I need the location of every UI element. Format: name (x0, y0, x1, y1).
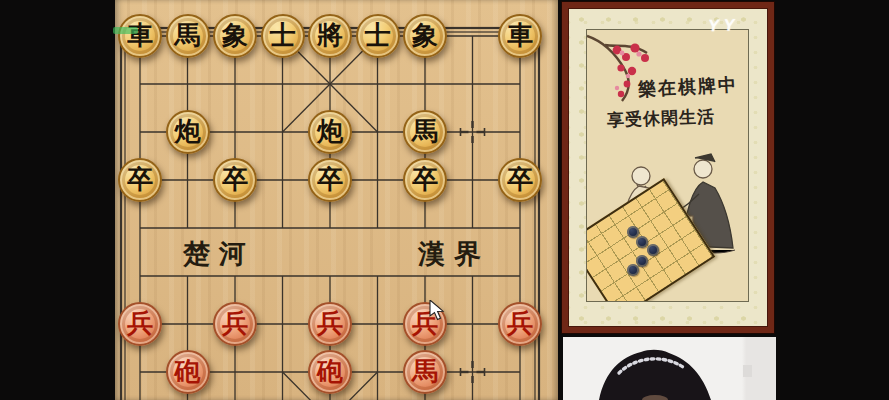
webcam-view (563, 337, 776, 400)
piece-black-9-0[interactable]: 車 (498, 14, 542, 58)
piece-red-3-6[interactable]: 兵 (213, 302, 257, 346)
piece-red-9-6[interactable]: 兵 (498, 302, 542, 346)
piece-black-3-3[interactable]: 卒 (213, 158, 257, 202)
piece-black-4-0[interactable]: 士 (261, 14, 305, 58)
poster-picture: 樂在棋牌中 享受休閑生活 (586, 29, 749, 302)
poster-calligraphy-line1: 樂在棋牌中 (632, 72, 743, 102)
piece-black-7-0[interactable]: 象 (403, 14, 447, 58)
piece-black-1-0[interactable]: 車 (118, 14, 162, 58)
piece-red-7-7[interactable]: 馬 (403, 350, 447, 394)
miniboard-stone (647, 244, 659, 256)
piece-black-9-3[interactable]: 卒 (498, 158, 542, 202)
miniboard-stone (627, 264, 639, 276)
miniboard-stone (636, 236, 648, 248)
piece-black-5-2[interactable]: 炮 (308, 110, 352, 154)
piece-black-5-0[interactable]: 將 (308, 14, 352, 58)
piece-black-3-0[interactable]: 象 (213, 14, 257, 58)
watermark (113, 27, 138, 34)
piece-black-6-0[interactable]: 士 (356, 14, 400, 58)
piece-red-2-7[interactable]: 砲 (166, 350, 210, 394)
promo-poster: YY 樂在棋牌中 享受休閑生活 (562, 2, 774, 333)
miniboard-stone (627, 226, 639, 238)
piece-black-5-3[interactable]: 卒 (308, 158, 352, 202)
poster-calligraphy-line2: 享受休閑生活 (599, 105, 724, 132)
piece-black-7-2[interactable]: 馬 (403, 110, 447, 154)
river-label-chu: 楚河 (169, 236, 269, 272)
xiangqi-board[interactable]: 楚河 漢界 車馬象士將士象車炮炮馬卒卒卒卒卒兵兵兵兵兵砲砲馬 (115, 0, 558, 400)
piece-red-5-7[interactable]: 砲 (308, 350, 352, 394)
piece-black-2-0[interactable]: 馬 (166, 14, 210, 58)
yy-logo: YY (707, 15, 741, 36)
miniboard-stone (636, 255, 648, 267)
mouse-cursor (429, 300, 445, 326)
piece-black-7-3[interactable]: 卒 (403, 158, 447, 202)
piece-red-1-6[interactable]: 兵 (118, 302, 162, 346)
piece-black-2-2[interactable]: 炮 (166, 110, 210, 154)
screen: 楚河 漢界 車馬象士將士象車炮炮馬卒卒卒卒卒兵兵兵兵兵砲砲馬 YY (0, 0, 889, 400)
streamer-head (563, 337, 776, 400)
river-label-han: 漢界 (404, 236, 504, 272)
piece-black-1-3[interactable]: 卒 (118, 158, 162, 202)
piece-red-5-6[interactable]: 兵 (308, 302, 352, 346)
